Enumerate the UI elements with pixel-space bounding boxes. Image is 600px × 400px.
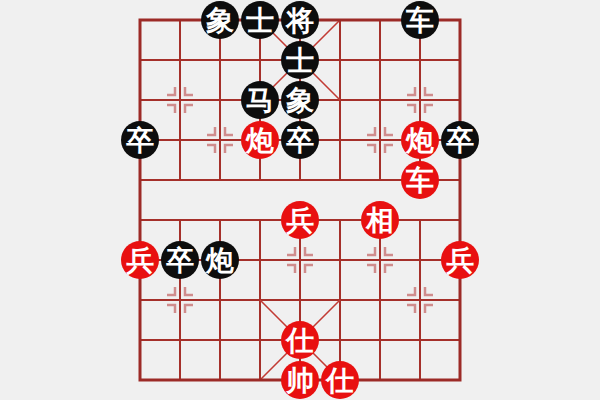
point-mark — [185, 305, 193, 313]
point-mark — [207, 145, 215, 153]
black-horse[interactable]: 马 — [241, 81, 279, 119]
red-cannon[interactable]: 炮 — [241, 121, 279, 159]
piece-glyph: 帅 — [285, 364, 314, 397]
point-mark — [425, 87, 433, 95]
point-mark — [407, 287, 415, 295]
point-mark — [305, 265, 313, 273]
black-soldier[interactable]: 卒 — [161, 241, 199, 279]
point-mark — [425, 287, 433, 295]
red-chariot[interactable]: 车 — [401, 161, 439, 199]
point-mark — [305, 247, 313, 255]
point-mark — [225, 127, 233, 135]
point-mark — [367, 265, 375, 273]
point-mark — [367, 145, 375, 153]
point-mark — [425, 305, 433, 313]
black-general[interactable]: 将 — [281, 1, 319, 39]
point-mark — [185, 287, 193, 295]
point-mark — [225, 145, 233, 153]
piece-glyph: 兵 — [126, 244, 154, 277]
black-advisor[interactable]: 士 — [241, 1, 279, 39]
piece-glyph: 兵 — [286, 204, 314, 237]
red-cannon[interactable]: 炮 — [401, 121, 439, 159]
red-soldier[interactable]: 兵 — [441, 241, 479, 279]
piece-glyph: 相 — [365, 204, 394, 237]
point-mark — [287, 265, 295, 273]
black-elephant[interactable]: 象 — [281, 81, 319, 119]
piece-glyph: 卒 — [446, 124, 474, 157]
point-mark — [167, 287, 175, 295]
black-elephant[interactable]: 象 — [201, 1, 239, 39]
point-mark — [425, 105, 433, 113]
point-mark — [407, 105, 415, 113]
black-advisor[interactable]: 士 — [281, 41, 319, 79]
xiangqi-board-stage: 象士将车士马象卒炮卒炮卒车兵相兵卒炮兵仕帅仕 — [0, 0, 600, 400]
red-general[interactable]: 帅 — [281, 361, 319, 399]
piece-glyph: 卒 — [166, 244, 194, 277]
point-mark — [167, 105, 175, 113]
xiangqi-board[interactable]: 象士将车士马象卒炮卒炮卒车兵相兵卒炮兵仕帅仕 — [0, 0, 600, 400]
point-mark — [407, 305, 415, 313]
point-mark — [167, 87, 175, 95]
point-mark — [185, 87, 193, 95]
piece-glyph: 车 — [405, 164, 434, 197]
point-mark — [367, 127, 375, 135]
red-elephant[interactable]: 相 — [361, 201, 399, 239]
piece-glyph: 兵 — [446, 244, 474, 277]
piece-glyph: 士 — [286, 44, 314, 77]
red-advisor[interactable]: 仕 — [281, 321, 319, 359]
piece-glyph: 卒 — [286, 124, 314, 157]
piece-glyph: 卒 — [126, 124, 154, 157]
point-mark — [385, 265, 393, 273]
piece-glyph: 炮 — [204, 244, 234, 277]
red-advisor[interactable]: 仕 — [321, 361, 359, 399]
black-soldier[interactable]: 卒 — [281, 121, 319, 159]
piece-glyph: 象 — [205, 4, 234, 37]
point-mark — [385, 127, 393, 135]
piece-glyph: 士 — [246, 4, 274, 37]
black-soldier[interactable]: 卒 — [121, 121, 159, 159]
piece-glyph: 将 — [285, 4, 314, 37]
point-mark — [287, 247, 295, 255]
piece-glyph: 车 — [405, 4, 434, 37]
piece-glyph: 仕 — [324, 364, 354, 397]
black-cannon[interactable]: 炮 — [201, 241, 239, 279]
point-mark — [385, 145, 393, 153]
point-mark — [385, 247, 393, 255]
point-mark — [207, 127, 215, 135]
piece-glyph: 炮 — [244, 124, 274, 157]
point-mark — [367, 247, 375, 255]
black-chariot[interactable]: 车 — [401, 1, 439, 39]
piece-glyph: 马 — [246, 84, 274, 117]
red-soldier[interactable]: 兵 — [121, 241, 159, 279]
piece-glyph: 仕 — [284, 324, 314, 357]
point-mark — [185, 105, 193, 113]
point-mark — [407, 87, 415, 95]
black-soldier[interactable]: 卒 — [441, 121, 479, 159]
piece-glyph: 象 — [285, 84, 314, 117]
red-soldier[interactable]: 兵 — [281, 201, 319, 239]
point-mark — [167, 305, 175, 313]
piece-glyph: 炮 — [404, 124, 434, 157]
